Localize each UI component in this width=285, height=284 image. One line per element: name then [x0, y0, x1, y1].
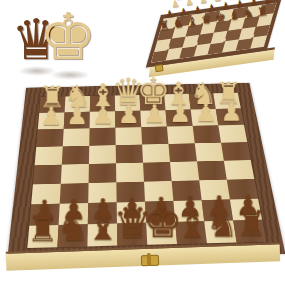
square-a4 [33, 165, 62, 185]
dark-rook-piece: ♜ [27, 211, 59, 247]
square-c4 [89, 163, 117, 183]
chessboard-frame: ♜♞♝♛♚♝♞♜♟♟♟♟♟♟♟♟♟♟♟♟♟♟♟♟♜♞♝♛♚♝♞♜ [7, 83, 285, 262]
square-d7: ♟ [115, 111, 141, 128]
square-b7: ♟ [64, 112, 90, 129]
box-piece-rows: ♜♞♝♛♚♝♞♜♟♟♟♟♟♟♟♟♟♟♟♟♟♟♟♟♜♞♝♛♚♝♞♜ [138, 0, 276, 2]
square-f6 [167, 126, 195, 144]
square-b6 [63, 128, 90, 146]
light-pawn-piece: ♟ [143, 102, 165, 127]
square-h4 [224, 160, 254, 180]
dark-bishop-piece: ♝ [86, 208, 120, 246]
square-h7: ♟ [216, 108, 244, 125]
square-b4 [61, 164, 89, 184]
square-d6 [115, 127, 142, 145]
square-c6 [89, 128, 115, 146]
square-a5 [35, 146, 63, 165]
open-chessboard-scene: ♜♞♝♛♚♝♞♜♟♟♟♟♟♟♟♟♟♟♟♟♟♟♟♟♜♞♝♛♚♝♞♜ [0, 66, 285, 266]
dark-knight-piece: ♞ [205, 206, 238, 242]
square-e4 [143, 162, 172, 182]
box-piece: ♜ [255, 5, 271, 19]
product-photo: ♛♚ ♜♞♝♛♚♝♞♜♟♟♟♟♟♟♟♟♟♟♟♟♟♟♟♟♜♞♝♛♚♝♞♜ ♜♞♝♛… [0, 0, 285, 284]
square-e7: ♟ [140, 110, 167, 127]
square-g4 [197, 161, 227, 181]
square-f7: ♟ [166, 110, 193, 127]
square-g5 [195, 143, 224, 162]
light-wood-king-piece: ♚ [39, 5, 96, 69]
square-f4 [170, 161, 199, 181]
square-d4 [116, 163, 144, 183]
light-pawn-piece: ♟ [169, 101, 191, 126]
light-pawn-piece: ♟ [40, 104, 62, 129]
square-g7: ♟ [191, 109, 219, 126]
dark-rook-piece: ♜ [235, 206, 267, 241]
square-a7: ♟ [38, 112, 65, 129]
square-d1: ♛ [117, 223, 147, 246]
square-b5 [62, 146, 89, 165]
square-a1: ♜ [27, 225, 58, 248]
square-b1: ♞ [57, 224, 87, 247]
brass-clasp-icon [138, 253, 160, 268]
clasp-pin [147, 253, 151, 266]
square-c1: ♝ [87, 223, 117, 246]
square-d5 [116, 145, 143, 164]
light-pawn-piece: ♟ [91, 103, 113, 128]
square-h6 [218, 125, 247, 143]
square-f5 [168, 143, 197, 162]
light-pawn-piece: ♟ [117, 102, 139, 127]
light-pawn-piece: ♟ [220, 100, 242, 125]
light-pawn-piece: ♟ [66, 103, 88, 128]
dark-knight-piece: ♞ [56, 209, 89, 246]
square-g6 [193, 125, 221, 143]
square-e5 [142, 144, 170, 163]
square-e6 [141, 127, 168, 145]
square-c7: ♟ [90, 111, 116, 128]
square-h5 [221, 142, 251, 161]
chessboard-grid: ♜♞♝♛♚♝♞♜♟♟♟♟♟♟♟♟♟♟♟♟♟♟♟♟♜♞♝♛♚♝♞♜ [26, 92, 267, 249]
square-a6 [36, 129, 63, 147]
square-c5 [89, 145, 116, 164]
light-pawn-piece: ♟ [194, 100, 216, 125]
